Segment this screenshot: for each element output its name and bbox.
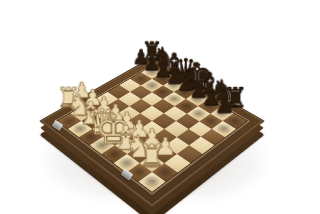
black-pawn-icon: ♟ [201,82,248,129]
white-rook-icon: ♜ [126,130,178,182]
product-photo: ♜♞♝♛♚♝♞♜♟♟♟♟♟♟♟♟♟♟♟♟♟♟♟♟♜♞♝♛♚♝♞♜ [0,0,320,214]
